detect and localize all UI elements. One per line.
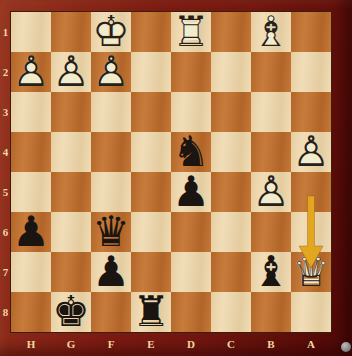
square-d4[interactable]: ♞ [171,132,211,172]
square-c4[interactable] [211,132,251,172]
square-f3[interactable] [91,92,131,132]
rank-label-1: 1 [0,12,11,52]
black-piece-glyph: ♟ [11,211,51,253]
square-g6[interactable] [51,212,91,252]
square-h4[interactable] [11,132,51,172]
chess-board[interactable]: ♚♔♜♖♝♗♟♙♟♙♟♙♞♟♙♟♟♙♟♛♟♝♛♕♚♜ [11,12,331,332]
square-g4[interactable] [51,132,91,172]
rank-label-5: 5 [0,172,11,212]
square-a8[interactable] [291,292,331,332]
piece-black-knight-d4[interactable]: ♞ [171,132,211,172]
square-g5[interactable] [51,172,91,212]
square-e3[interactable] [131,92,171,132]
square-a7[interactable]: ♛♕ [291,252,331,292]
square-b1[interactable]: ♝♗ [251,12,291,52]
square-d3[interactable] [171,92,211,132]
square-b2[interactable] [251,52,291,92]
rank-labels: 12345678 [0,12,11,332]
rank-label-3: 3 [0,92,11,132]
square-e1[interactable] [131,12,171,52]
square-d7[interactable] [171,252,211,292]
square-a1[interactable] [291,12,331,52]
square-h2[interactable]: ♟♙ [11,52,51,92]
square-a2[interactable] [291,52,331,92]
square-g3[interactable] [51,92,91,132]
square-b7[interactable]: ♝ [251,252,291,292]
square-f8[interactable] [91,292,131,332]
white-piece-outline: ♙ [11,51,51,93]
black-piece-glyph: ♝ [251,251,291,293]
file-label-d: D [171,332,211,356]
square-h8[interactable] [11,292,51,332]
square-f6[interactable]: ♛ [91,212,131,252]
square-e6[interactable] [131,212,171,252]
square-b6[interactable] [251,212,291,252]
black-piece-glyph: ♟ [171,171,211,213]
piece-black-pawn-h6[interactable]: ♟ [11,212,51,252]
square-d2[interactable] [171,52,211,92]
square-c5[interactable] [211,172,251,212]
piece-black-queen-f6[interactable]: ♛ [91,212,131,252]
square-g7[interactable] [51,252,91,292]
square-b4[interactable] [251,132,291,172]
square-b5[interactable]: ♟♙ [251,172,291,212]
square-g8[interactable]: ♚ [51,292,91,332]
piece-white-bishop-b1[interactable]: ♝♗ [251,12,291,52]
square-h7[interactable] [11,252,51,292]
square-b8[interactable] [251,292,291,332]
piece-white-pawn-g2[interactable]: ♟♙ [51,52,91,92]
rank-label-4: 4 [0,132,11,172]
piece-white-pawn-a4[interactable]: ♟♙ [291,132,331,172]
piece-black-king-g8[interactable]: ♚ [51,292,91,332]
piece-black-rook-e8[interactable]: ♜ [131,292,171,332]
square-c6[interactable] [211,212,251,252]
square-a4[interactable]: ♟♙ [291,132,331,172]
black-piece-glyph: ♟ [91,251,131,293]
white-piece-outline: ♙ [51,51,91,93]
file-label-b: B [251,332,291,356]
white-piece-outline: ♖ [171,11,211,53]
white-piece-outline: ♙ [291,131,331,173]
board-frame: 12345678 HGFEDCBA ♚♔♜♖♝♗♟♙♟♙♟♙♞♟♙♟♟♙♟♛♟♝… [0,0,352,356]
square-a6[interactable] [291,212,331,252]
file-label-h: H [11,332,51,356]
square-g2[interactable]: ♟♙ [51,52,91,92]
square-h3[interactable] [11,92,51,132]
rank-label-7: 7 [0,252,11,292]
white-piece-outline: ♕ [291,251,331,293]
rank-label-8: 8 [0,292,11,332]
square-c1[interactable] [211,12,251,52]
square-b3[interactable] [251,92,291,132]
square-c3[interactable] [211,92,251,132]
square-h1[interactable] [11,12,51,52]
square-e5[interactable] [131,172,171,212]
piece-white-pawn-h2[interactable]: ♟♙ [11,52,51,92]
piece-white-queen-a7[interactable]: ♛♕ [291,252,331,292]
square-f4[interactable] [91,132,131,172]
black-piece-glyph: ♚ [51,291,91,333]
file-label-f: F [91,332,131,356]
square-f2[interactable]: ♟♙ [91,52,131,92]
square-h6[interactable]: ♟ [11,212,51,252]
square-d1[interactable]: ♜♖ [171,12,211,52]
rank-label-2: 2 [0,52,11,92]
piece-black-pawn-f7[interactable]: ♟ [91,252,131,292]
square-a3[interactable] [291,92,331,132]
piece-black-bishop-b7[interactable]: ♝ [251,252,291,292]
square-e8[interactable]: ♜ [131,292,171,332]
square-d8[interactable] [171,292,211,332]
corner-dot [341,342,351,352]
piece-black-pawn-d5[interactable]: ♟ [171,172,211,212]
square-d5[interactable]: ♟ [171,172,211,212]
square-a5[interactable] [291,172,331,212]
square-g1[interactable] [51,12,91,52]
square-e7[interactable] [131,252,171,292]
square-c7[interactable] [211,252,251,292]
square-f7[interactable]: ♟ [91,252,131,292]
file-label-c: C [211,332,251,356]
piece-white-pawn-b5[interactable]: ♟♙ [251,172,291,212]
white-piece-outline: ♙ [91,51,131,93]
black-piece-glyph: ♜ [131,291,171,333]
rank-label-6: 6 [0,212,11,252]
square-f5[interactable] [91,172,131,212]
square-e4[interactable] [131,132,171,172]
square-e2[interactable] [131,52,171,92]
white-piece-outline: ♗ [251,11,291,53]
white-piece-outline: ♙ [251,171,291,213]
square-f1[interactable]: ♚♔ [91,12,131,52]
square-c8[interactable] [211,292,251,332]
square-d6[interactable] [171,212,211,252]
piece-white-pawn-f2[interactable]: ♟♙ [91,52,131,92]
piece-white-rook-d1[interactable]: ♜♖ [171,12,211,52]
file-label-a: A [291,332,331,356]
piece-white-king-f1[interactable]: ♚♔ [91,12,131,52]
square-c2[interactable] [211,52,251,92]
square-h5[interactable] [11,172,51,212]
